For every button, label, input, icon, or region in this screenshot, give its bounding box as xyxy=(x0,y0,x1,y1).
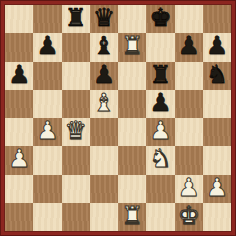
square-g1[interactable]: ♚ xyxy=(175,203,203,231)
black-pawn-piece: ♟ xyxy=(206,33,228,60)
white-rook-piece: ♜ xyxy=(121,33,143,60)
black-queen-piece: ♛ xyxy=(93,5,115,32)
white-bishop-piece: ♝ xyxy=(93,90,115,117)
square-g2[interactable]: ♟ xyxy=(175,175,203,203)
white-queen-piece: ♛ xyxy=(64,118,86,145)
square-e7[interactable]: ♜ xyxy=(118,33,146,61)
square-a7[interactable] xyxy=(5,33,33,61)
square-h8[interactable] xyxy=(203,5,231,33)
square-f5[interactable]: ♟ xyxy=(146,90,174,118)
square-c8[interactable]: ♜ xyxy=(62,5,90,33)
square-a8[interactable] xyxy=(5,5,33,33)
square-f3[interactable]: ♞ xyxy=(146,146,174,174)
square-e3[interactable] xyxy=(118,146,146,174)
square-a1[interactable] xyxy=(5,203,33,231)
square-a3[interactable]: ♟ xyxy=(5,146,33,174)
square-f7[interactable] xyxy=(146,33,174,61)
white-pawn-piece: ♟ xyxy=(8,146,30,173)
square-g7[interactable]: ♟ xyxy=(175,33,203,61)
square-b5[interactable] xyxy=(33,90,61,118)
square-c1[interactable] xyxy=(62,203,90,231)
square-f2[interactable] xyxy=(146,175,174,203)
white-pawn-piece: ♟ xyxy=(206,175,228,202)
square-g5[interactable] xyxy=(175,90,203,118)
square-a5[interactable] xyxy=(5,90,33,118)
square-a6[interactable]: ♟ xyxy=(5,62,33,90)
white-knight-piece: ♞ xyxy=(149,146,171,173)
square-d1[interactable] xyxy=(90,203,118,231)
square-a2[interactable] xyxy=(5,175,33,203)
white-pawn-piece: ♟ xyxy=(149,118,171,145)
square-e5[interactable] xyxy=(118,90,146,118)
square-a4[interactable] xyxy=(5,118,33,146)
square-d6[interactable]: ♟ xyxy=(90,62,118,90)
square-d5[interactable]: ♝ xyxy=(90,90,118,118)
square-d8[interactable]: ♛ xyxy=(90,5,118,33)
black-rook-piece: ♜ xyxy=(149,62,171,89)
square-h4[interactable] xyxy=(203,118,231,146)
square-c2[interactable] xyxy=(62,175,90,203)
square-b4[interactable]: ♟ xyxy=(33,118,61,146)
square-e1[interactable]: ♜ xyxy=(118,203,146,231)
board-frame: ♜♛♚♟♝♜♟♟♟♟♜♞♝♟♟♛♟♟♞♟♟♜♚ xyxy=(0,0,236,236)
white-pawn-piece: ♟ xyxy=(177,175,199,202)
black-pawn-piece: ♟ xyxy=(8,62,30,89)
square-c4[interactable]: ♛ xyxy=(62,118,90,146)
square-h5[interactable] xyxy=(203,90,231,118)
square-b2[interactable] xyxy=(33,175,61,203)
square-g4[interactable] xyxy=(175,118,203,146)
square-d7[interactable]: ♝ xyxy=(90,33,118,61)
square-h3[interactable] xyxy=(203,146,231,174)
square-c3[interactable] xyxy=(62,146,90,174)
square-d3[interactable] xyxy=(90,146,118,174)
square-c5[interactable] xyxy=(62,90,90,118)
square-e2[interactable] xyxy=(118,175,146,203)
square-f4[interactable]: ♟ xyxy=(146,118,174,146)
square-e4[interactable] xyxy=(118,118,146,146)
black-pawn-piece: ♟ xyxy=(149,90,171,117)
black-pawn-piece: ♟ xyxy=(177,33,199,60)
white-pawn-piece: ♟ xyxy=(36,118,58,145)
black-knight-piece: ♞ xyxy=(206,62,228,89)
square-h2[interactable]: ♟ xyxy=(203,175,231,203)
square-g8[interactable] xyxy=(175,5,203,33)
square-h6[interactable]: ♞ xyxy=(203,62,231,90)
square-b1[interactable] xyxy=(33,203,61,231)
square-b8[interactable] xyxy=(33,5,61,33)
square-g3[interactable] xyxy=(175,146,203,174)
white-rook-piece: ♜ xyxy=(121,203,143,230)
square-h7[interactable]: ♟ xyxy=(203,33,231,61)
square-b7[interactable]: ♟ xyxy=(33,33,61,61)
square-c6[interactable] xyxy=(62,62,90,90)
black-king-piece: ♚ xyxy=(149,5,171,32)
square-g6[interactable] xyxy=(175,62,203,90)
square-f6[interactable]: ♜ xyxy=(146,62,174,90)
black-bishop-piece: ♝ xyxy=(93,33,115,60)
square-d4[interactable] xyxy=(90,118,118,146)
square-e8[interactable] xyxy=(118,5,146,33)
square-b6[interactable] xyxy=(33,62,61,90)
black-rook-piece: ♜ xyxy=(64,5,86,32)
chess-board: ♜♛♚♟♝♜♟♟♟♟♜♞♝♟♟♛♟♟♞♟♟♜♚ xyxy=(5,5,231,231)
square-c7[interactable] xyxy=(62,33,90,61)
white-king-piece: ♚ xyxy=(177,203,199,230)
square-f1[interactable] xyxy=(146,203,174,231)
square-d2[interactable] xyxy=(90,175,118,203)
square-f8[interactable]: ♚ xyxy=(146,5,174,33)
square-b3[interactable] xyxy=(33,146,61,174)
black-pawn-piece: ♟ xyxy=(93,62,115,89)
black-pawn-piece: ♟ xyxy=(36,33,58,60)
square-h1[interactable] xyxy=(203,203,231,231)
square-e6[interactable] xyxy=(118,62,146,90)
